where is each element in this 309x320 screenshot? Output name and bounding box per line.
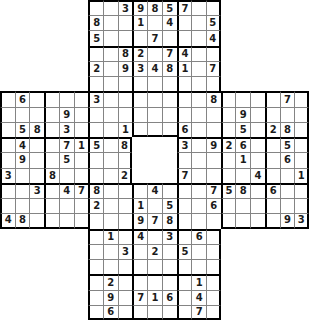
cell-r12c17[interactable] xyxy=(235,168,250,183)
cell-r20c11-given: 1 xyxy=(147,290,162,305)
cell-r9c8[interactable] xyxy=(103,122,118,137)
outside-area xyxy=(221,244,236,259)
cell-r12c21-given: 1 xyxy=(294,168,309,183)
cell-r5c14[interactable] xyxy=(191,61,206,76)
cell-r7c8[interactable] xyxy=(103,91,118,106)
cell-r11c4[interactable] xyxy=(44,152,59,167)
cell-r7c12[interactable] xyxy=(162,91,177,106)
cell-r13c18[interactable] xyxy=(250,183,265,198)
cell-r3c14[interactable] xyxy=(191,30,206,45)
cell-r7c6[interactable] xyxy=(74,91,89,106)
outside-area xyxy=(29,290,44,305)
cell-r13c13[interactable] xyxy=(177,183,192,198)
outside-area xyxy=(74,0,89,15)
cell-r8c20[interactable] xyxy=(280,107,295,122)
outside-area xyxy=(74,30,89,45)
outside-area xyxy=(59,274,74,289)
cell-r11c21[interactable] xyxy=(294,152,309,167)
cell-r19c14-given: 1 xyxy=(191,274,206,289)
cell-r2c14[interactable] xyxy=(191,15,206,30)
cell-r10c19[interactable] xyxy=(265,137,280,152)
cell-r8c9[interactable] xyxy=(118,107,133,122)
outside-area xyxy=(29,0,44,15)
cell-r9c4[interactable] xyxy=(44,122,59,137)
outside-area xyxy=(221,274,236,289)
cell-r17c10[interactable] xyxy=(132,244,147,259)
cell-r7c20-given: 7 xyxy=(280,91,295,106)
outside-area xyxy=(235,259,250,274)
cell-r12c19[interactable] xyxy=(265,168,280,183)
cell-r21c8-given: 6 xyxy=(103,305,118,320)
cell-r16c14-given: 6 xyxy=(191,229,206,244)
outside-area xyxy=(265,259,280,274)
cell-r2c12-given: 4 xyxy=(162,15,177,30)
cell-r15c15[interactable] xyxy=(206,213,221,228)
cell-r8c11[interactable] xyxy=(147,107,162,122)
cell-r13c12[interactable] xyxy=(162,183,177,198)
outside-area xyxy=(74,229,89,244)
outside-area xyxy=(147,168,162,183)
cell-r15c13[interactable] xyxy=(177,213,192,228)
cell-r10c21[interactable] xyxy=(294,137,309,152)
cell-r18c7[interactable] xyxy=(88,259,103,274)
cell-r3c13[interactable] xyxy=(177,30,192,45)
cell-r10c3[interactable] xyxy=(29,137,44,152)
cell-r2c11[interactable] xyxy=(147,15,162,30)
cell-r14c18[interactable] xyxy=(250,198,265,213)
cell-r1c7[interactable] xyxy=(88,0,103,15)
cell-r10c18[interactable] xyxy=(250,137,265,152)
cell-r6c9[interactable] xyxy=(118,76,133,91)
cell-r13c7-given: 8 xyxy=(88,183,103,198)
cell-r17c14[interactable] xyxy=(191,244,206,259)
cell-r3c12[interactable] xyxy=(162,30,177,45)
cell-r7c17[interactable] xyxy=(235,91,250,106)
cell-r14c6[interactable] xyxy=(74,198,89,213)
cell-r14c1[interactable] xyxy=(0,198,15,213)
cell-r18c15[interactable] xyxy=(206,259,221,274)
cell-r8c15[interactable] xyxy=(206,107,221,122)
cell-r13c8[interactable] xyxy=(103,183,118,198)
cell-r12c2[interactable] xyxy=(15,168,30,183)
cell-r10c9-given: 8 xyxy=(118,137,133,152)
cell-r2c8[interactable] xyxy=(103,15,118,30)
cell-r6c7[interactable] xyxy=(88,76,103,91)
cell-r8c18[interactable] xyxy=(250,107,265,122)
cell-r9c16[interactable] xyxy=(221,122,236,137)
cell-r19c15[interactable] xyxy=(206,274,221,289)
cell-r21c11[interactable] xyxy=(147,305,162,320)
cell-r4c9-given: 8 xyxy=(118,46,133,61)
cell-r12c5[interactable] xyxy=(59,168,74,183)
cell-r11c14[interactable] xyxy=(191,152,206,167)
cell-r14c17[interactable] xyxy=(235,198,250,213)
cell-r10c1[interactable] xyxy=(0,137,15,152)
cell-r15c5[interactable] xyxy=(59,213,74,228)
cell-r17c13-given: 5 xyxy=(177,244,192,259)
cell-r8c8[interactable] xyxy=(103,107,118,122)
cell-r5c15-given: 7 xyxy=(206,61,221,76)
cell-r11c1[interactable] xyxy=(0,152,15,167)
cell-r7c4[interactable] xyxy=(44,91,59,106)
cell-r1c15[interactable] xyxy=(206,0,221,15)
cell-r15c18[interactable] xyxy=(250,213,265,228)
outside-area xyxy=(235,0,250,15)
outside-area xyxy=(265,305,280,320)
cell-r3c10[interactable] xyxy=(132,30,147,45)
cell-r15c1-given: 4 xyxy=(0,213,15,228)
cell-r19c13[interactable] xyxy=(177,274,192,289)
cell-r8c1[interactable] xyxy=(0,107,15,122)
cell-r20c12-given: 6 xyxy=(162,290,177,305)
cell-r2c10-given: 1 xyxy=(132,15,147,30)
cell-r14c9[interactable] xyxy=(118,198,133,213)
outside-area xyxy=(250,30,265,45)
cell-r5c7-given: 2 xyxy=(88,61,103,76)
cell-r13c15-given: 7 xyxy=(206,183,221,198)
cell-r3c9[interactable] xyxy=(118,30,133,45)
cell-r15c3[interactable] xyxy=(29,213,44,228)
cell-r10c14[interactable] xyxy=(191,137,206,152)
cell-r18c9[interactable] xyxy=(118,259,133,274)
cell-r11c3[interactable] xyxy=(29,152,44,167)
cell-r20c13[interactable] xyxy=(177,290,192,305)
outside-area xyxy=(29,305,44,320)
cell-r15c12-given: 8 xyxy=(162,213,177,228)
cell-r7c10[interactable] xyxy=(132,91,147,106)
cell-r14c19[interactable] xyxy=(265,198,280,213)
cell-r4c14[interactable] xyxy=(191,46,206,61)
outside-area xyxy=(44,274,59,289)
cell-r9c1[interactable] xyxy=(0,122,15,137)
cell-r2c9[interactable] xyxy=(118,15,133,30)
cell-r21c12[interactable] xyxy=(162,305,177,320)
outside-area xyxy=(59,244,74,259)
cell-r13c1[interactable] xyxy=(0,183,15,198)
outside-area xyxy=(44,15,59,30)
cell-r11c20-given: 6 xyxy=(280,152,295,167)
outside-area xyxy=(0,76,15,91)
cell-r10c6-given: 1 xyxy=(74,137,89,152)
cell-r14c12-given: 5 xyxy=(162,198,177,213)
outside-area xyxy=(74,76,89,91)
cell-r12c16[interactable] xyxy=(221,168,236,183)
cell-r9c15[interactable] xyxy=(206,122,221,137)
outside-area xyxy=(294,305,309,320)
cell-r7c16[interactable] xyxy=(221,91,236,106)
cell-r7c5[interactable] xyxy=(59,91,74,106)
cell-r14c3[interactable] xyxy=(29,198,44,213)
cell-r19c7[interactable] xyxy=(88,274,103,289)
cell-r14c14[interactable] xyxy=(191,198,206,213)
cell-r13c21[interactable] xyxy=(294,183,309,198)
cell-r7c1[interactable] xyxy=(0,91,15,106)
outside-area xyxy=(294,46,309,61)
cell-r14c20[interactable] xyxy=(280,198,295,213)
cell-r19c12[interactable] xyxy=(162,274,177,289)
outside-area xyxy=(250,229,265,244)
cell-r6c15[interactable] xyxy=(206,76,221,91)
cell-r12c6[interactable] xyxy=(74,168,89,183)
cell-r15c6[interactable] xyxy=(74,213,89,228)
cell-r2c7-given: 8 xyxy=(88,15,103,30)
cell-r8c3[interactable] xyxy=(29,107,44,122)
cell-r17c7[interactable] xyxy=(88,244,103,259)
cell-r7c14[interactable] xyxy=(191,91,206,106)
cell-r16c11[interactable] xyxy=(147,229,162,244)
cell-r19c10[interactable] xyxy=(132,274,147,289)
cell-r10c16-given: 2 xyxy=(221,137,236,152)
cell-r14c8[interactable] xyxy=(103,198,118,213)
cell-r13c20[interactable] xyxy=(280,183,295,198)
cell-r2c15-given: 5 xyxy=(206,15,221,30)
outside-area xyxy=(280,46,295,61)
cell-r13c6-given: 7 xyxy=(74,183,89,198)
cell-r13c10[interactable] xyxy=(132,183,147,198)
cell-r10c8[interactable] xyxy=(103,137,118,152)
outside-area xyxy=(74,15,89,30)
cell-r13c3-given: 3 xyxy=(29,183,44,198)
cell-r9c6[interactable] xyxy=(74,122,89,137)
cell-r10c15-given: 9 xyxy=(206,137,221,152)
cell-r6c8[interactable] xyxy=(103,76,118,91)
cell-r1c11-given: 8 xyxy=(147,0,162,15)
outside-area xyxy=(0,305,15,320)
cell-r4c15[interactable] xyxy=(206,46,221,61)
cell-r8c6[interactable] xyxy=(74,107,89,122)
outside-area xyxy=(294,229,309,244)
cell-r17c8[interactable] xyxy=(103,244,118,259)
cell-r5c11-given: 4 xyxy=(147,61,162,76)
cell-r9c20-given: 8 xyxy=(280,122,295,137)
cell-r13c17-given: 8 xyxy=(235,183,250,198)
cell-r11c15[interactable] xyxy=(206,152,221,167)
outside-area xyxy=(221,0,236,15)
cell-r7c11[interactable] xyxy=(147,91,162,106)
cell-r14c10-given: 1 xyxy=(132,198,147,213)
outside-area xyxy=(59,30,74,45)
cell-r7c3[interactable] xyxy=(29,91,44,106)
cell-r12c15[interactable] xyxy=(206,168,221,183)
cell-r21c15[interactable] xyxy=(206,305,221,320)
cell-r14c21[interactable] xyxy=(294,198,309,213)
outside-area xyxy=(29,76,44,91)
cell-r10c20-given: 5 xyxy=(280,137,295,152)
cell-r12c14[interactable] xyxy=(191,168,206,183)
cell-r18c8[interactable] xyxy=(103,259,118,274)
cell-r8c16[interactable] xyxy=(221,107,236,122)
outside-area xyxy=(280,30,295,45)
cell-r18c14[interactable] xyxy=(191,259,206,274)
cell-r15c19[interactable] xyxy=(265,213,280,228)
outside-area xyxy=(265,244,280,259)
cell-r10c4[interactable] xyxy=(44,137,59,152)
cell-r5c8[interactable] xyxy=(103,61,118,76)
cell-r1c14[interactable] xyxy=(191,0,206,15)
outside-area xyxy=(250,244,265,259)
cell-r1c12-given: 5 xyxy=(162,0,177,15)
cell-r11c6[interactable] xyxy=(74,152,89,167)
outside-area xyxy=(44,259,59,274)
cell-r9c11[interactable] xyxy=(147,122,162,137)
cell-r7c9[interactable] xyxy=(118,91,133,106)
outside-area xyxy=(15,274,30,289)
cell-r8c19[interactable] xyxy=(265,107,280,122)
cell-r7c19[interactable] xyxy=(265,91,280,106)
cell-r13c4[interactable] xyxy=(44,183,59,198)
cell-r19c9[interactable] xyxy=(118,274,133,289)
outside-area xyxy=(162,168,177,183)
cell-r5c12-given: 8 xyxy=(162,61,177,76)
cell-r11c16[interactable] xyxy=(221,152,236,167)
outside-area xyxy=(250,259,265,274)
cell-r8c2[interactable] xyxy=(15,107,30,122)
cell-r20c15[interactable] xyxy=(206,290,221,305)
outside-area xyxy=(59,259,74,274)
cell-r3c8[interactable] xyxy=(103,30,118,45)
cell-r8c21[interactable] xyxy=(294,107,309,122)
cell-r11c17-given: 1 xyxy=(235,152,250,167)
cell-r18c11[interactable] xyxy=(147,259,162,274)
cell-r13c2[interactable] xyxy=(15,183,30,198)
cell-r14c16[interactable] xyxy=(221,198,236,213)
cell-r16c15[interactable] xyxy=(206,229,221,244)
cell-r8c13[interactable] xyxy=(177,107,192,122)
cell-r21c9[interactable] xyxy=(118,305,133,320)
outside-area xyxy=(235,244,250,259)
cell-r1c8[interactable] xyxy=(103,0,118,15)
cell-r12c20[interactable] xyxy=(280,168,295,183)
cell-r11c8[interactable] xyxy=(103,152,118,167)
outside-area xyxy=(44,61,59,76)
cell-r4c11[interactable] xyxy=(147,46,162,61)
outside-area xyxy=(44,0,59,15)
cell-r14c4[interactable] xyxy=(44,198,59,213)
cell-r20c10-given: 7 xyxy=(132,290,147,305)
cell-r7c18[interactable] xyxy=(250,91,265,106)
outside-area xyxy=(280,76,295,91)
cell-r16c9[interactable] xyxy=(118,229,133,244)
cell-r9c10[interactable] xyxy=(132,122,147,137)
outside-area xyxy=(250,274,265,289)
outside-area xyxy=(294,290,309,305)
cell-r20c7[interactable] xyxy=(88,290,103,305)
cell-r19c11[interactable] xyxy=(147,274,162,289)
cell-r9c9-given: 1 xyxy=(118,122,133,137)
cell-r18c10[interactable] xyxy=(132,259,147,274)
cell-r11c9[interactable] xyxy=(118,152,133,167)
outside-area xyxy=(0,274,15,289)
cell-r15c14[interactable] xyxy=(191,213,206,228)
cell-r7c13[interactable] xyxy=(177,91,192,106)
cell-r8c4[interactable] xyxy=(44,107,59,122)
cell-r18c13[interactable] xyxy=(177,259,192,274)
outside-area xyxy=(265,76,280,91)
outside-area xyxy=(221,30,236,45)
cell-r9c13-given: 6 xyxy=(177,122,192,137)
cell-r13c9[interactable] xyxy=(118,183,133,198)
cell-r17c15[interactable] xyxy=(206,244,221,259)
cell-r7c21[interactable] xyxy=(294,91,309,106)
outside-area xyxy=(0,46,15,61)
cell-r15c9[interactable] xyxy=(118,213,133,228)
outside-area xyxy=(265,0,280,15)
cell-r16c13[interactable] xyxy=(177,229,192,244)
cell-r17c12[interactable] xyxy=(162,244,177,259)
cell-r15c11-given: 7 xyxy=(147,213,162,228)
outside-area xyxy=(235,15,250,30)
cell-r15c16[interactable] xyxy=(221,213,236,228)
cell-r18c12[interactable] xyxy=(162,259,177,274)
cell-r4c12-given: 7 xyxy=(162,46,177,61)
cell-r15c7[interactable] xyxy=(88,213,103,228)
cell-r14c2[interactable] xyxy=(15,198,30,213)
outside-area xyxy=(280,305,295,320)
cell-r6c11[interactable] xyxy=(147,76,162,91)
cell-r14c11[interactable] xyxy=(147,198,162,213)
cell-r15c21-given: 3 xyxy=(294,213,309,228)
cell-r8c10[interactable] xyxy=(132,107,147,122)
cell-r10c5-given: 7 xyxy=(59,137,74,152)
cell-r10c13-given: 3 xyxy=(177,137,192,152)
cell-r10c17-given: 6 xyxy=(235,137,250,152)
cell-r7c2-given: 6 xyxy=(15,91,30,106)
cell-r20c9[interactable] xyxy=(118,290,133,305)
outside-area xyxy=(265,15,280,30)
cell-r14c5[interactable] xyxy=(59,198,74,213)
cell-r21c7[interactable] xyxy=(88,305,103,320)
cell-r14c13[interactable] xyxy=(177,198,192,213)
cell-r9c18[interactable] xyxy=(250,122,265,137)
cell-r6c12[interactable] xyxy=(162,76,177,91)
cell-r16c7[interactable] xyxy=(88,229,103,244)
cell-r11c7[interactable] xyxy=(88,152,103,167)
cell-r11c13[interactable] xyxy=(177,152,192,167)
cell-r9c21[interactable] xyxy=(294,122,309,137)
cell-r15c17[interactable] xyxy=(235,213,250,228)
cell-r21c10[interactable] xyxy=(132,305,147,320)
cell-r11c19[interactable] xyxy=(265,152,280,167)
cell-r7c7-given: 3 xyxy=(88,91,103,106)
cell-r2c13[interactable] xyxy=(177,15,192,30)
cell-r12c8[interactable] xyxy=(103,168,118,183)
cell-r6c10[interactable] xyxy=(132,76,147,91)
cell-r9c7[interactable] xyxy=(88,122,103,137)
cell-r8c12[interactable] xyxy=(162,107,177,122)
cell-r6c14[interactable] xyxy=(191,76,206,91)
outside-area xyxy=(265,46,280,61)
cell-r21c13[interactable] xyxy=(177,305,192,320)
cell-r13c14[interactable] xyxy=(191,183,206,198)
cell-r16c8-given: 1 xyxy=(103,229,118,244)
cell-r11c18[interactable] xyxy=(250,152,265,167)
cell-r4c8[interactable] xyxy=(103,46,118,61)
cell-r8c14[interactable] xyxy=(191,107,206,122)
outside-area xyxy=(147,152,162,167)
cell-r9c14[interactable] xyxy=(191,122,206,137)
cell-r12c7[interactable] xyxy=(88,168,103,183)
outside-area xyxy=(132,137,147,152)
cell-r4c7[interactable] xyxy=(88,46,103,61)
cell-r15c4[interactable] xyxy=(44,213,59,228)
cell-r12c3[interactable] xyxy=(29,168,44,183)
cell-r9c12[interactable] xyxy=(162,122,177,137)
cell-r6c13[interactable] xyxy=(177,76,192,91)
cell-r8c7[interactable] xyxy=(88,107,103,122)
outside-area xyxy=(59,229,74,244)
outside-area xyxy=(59,46,74,61)
cell-r15c8[interactable] xyxy=(103,213,118,228)
